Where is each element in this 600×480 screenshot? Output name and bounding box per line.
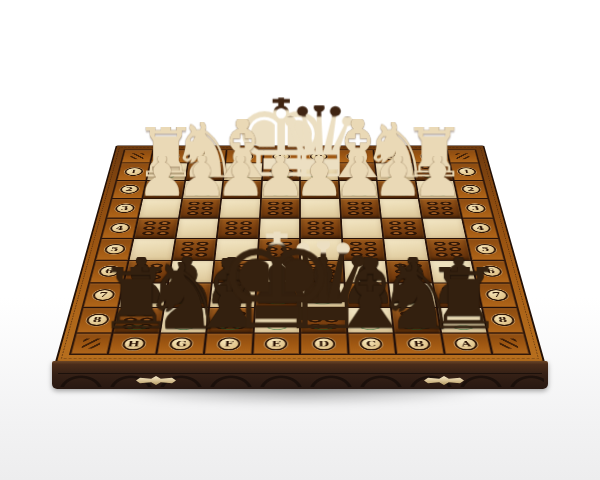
white-pawn[interactable]: ♟ — [412, 156, 463, 197]
coordinate-label-right-2: 2 — [461, 185, 482, 194]
black-rook[interactable]: ♜ — [425, 267, 503, 329]
black-rook[interactable]: ♜ — [98, 267, 176, 329]
square-h4[interactable] — [134, 218, 177, 238]
coordinate-label-near-d-cell: D — [301, 334, 347, 354]
coordinate-label-near-c: C — [360, 337, 384, 350]
board-frame: HGFEDCBA1♜♞♝♚♛♝♞♜12♟♟♟♟♟♟♟♟2334455667♟♟♟… — [55, 146, 545, 362]
coordinate-label-left-4-cell: 4 — [102, 218, 137, 238]
board-grid: HGFEDCBA1♜♞♝♚♛♝♞♜12♟♟♟♟♟♟♟♟2334455667♟♟♟… — [69, 150, 531, 355]
coordinate-label-left-4: 4 — [109, 223, 131, 233]
square-b3[interactable] — [380, 199, 421, 218]
square-a2[interactable]: ♟ — [416, 181, 457, 199]
square-g3[interactable] — [179, 199, 220, 218]
corner-ornament-near-right-icon — [489, 334, 529, 354]
coordinate-label-near-a-cell: A — [442, 334, 491, 354]
square-e8[interactable]: ♚ — [254, 308, 299, 333]
coordinate-label-near-a: A — [454, 337, 479, 350]
coordinate-label-right-4: 4 — [469, 223, 491, 233]
square-a3[interactable] — [419, 199, 461, 218]
coordinate-label-near-f: F — [217, 337, 241, 350]
black-king[interactable]: ♚ — [215, 231, 338, 329]
coordinate-label-right-4-cell: 4 — [463, 218, 498, 238]
coordinate-label-near-d: D — [312, 337, 335, 350]
square-h3[interactable] — [139, 199, 181, 218]
coordinate-label-near-e: E — [265, 337, 288, 350]
square-a8[interactable]: ♜ — [437, 308, 486, 333]
square-h8[interactable]: ♜ — [114, 308, 163, 333]
hinge-clasp-left-icon — [136, 376, 176, 385]
coordinate-label-near-c-cell: C — [348, 334, 395, 354]
coordinate-label-near-h-cell: H — [109, 334, 158, 354]
product-photo-stage: HGFEDCBA1♜♞♝♚♛♝♞♜12♟♟♟♟♟♟♟♟2334455667♟♟♟… — [0, 0, 600, 480]
box-front-edge — [52, 361, 548, 389]
coordinate-label-right-3-cell: 3 — [459, 199, 493, 218]
coordinate-label-near-b: B — [407, 337, 431, 350]
coordinate-label-near-g: G — [169, 337, 193, 350]
coordinate-label-near-h: H — [121, 337, 146, 350]
corner-ornament-near-left-icon — [71, 334, 111, 354]
coordinate-label-near-b-cell: B — [395, 334, 443, 354]
coordinate-label-left-3-cell: 3 — [107, 199, 141, 218]
square-a4[interactable] — [422, 218, 465, 238]
coordinate-label-right-3: 3 — [465, 204, 486, 213]
coordinate-label-left-3: 3 — [114, 204, 135, 213]
chess-board-scene: HGFEDCBA1♜♞♝♚♛♝♞♜12♟♟♟♟♟♟♟♟2334455667♟♟♟… — [55, 0, 545, 362]
coordinate-label-near-e-cell: E — [253, 334, 299, 354]
chess-board: HGFEDCBA1♜♞♝♚♛♝♞♜12♟♟♟♟♟♟♟♟2334455667♟♟♟… — [55, 146, 545, 362]
coordinate-label-near-g-cell: G — [157, 334, 205, 354]
coordinate-label-near-f-cell: F — [205, 334, 252, 354]
hinge-clasp-right-icon — [424, 376, 464, 385]
